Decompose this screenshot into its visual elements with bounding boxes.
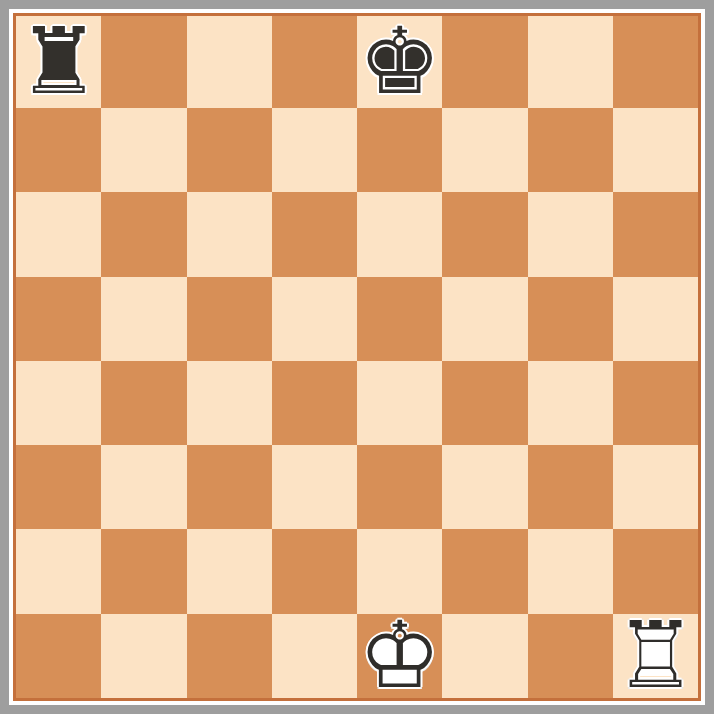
square-b7[interactable] bbox=[101, 108, 186, 192]
square-a4[interactable] bbox=[16, 361, 101, 445]
square-c1[interactable] bbox=[187, 614, 272, 698]
square-e6[interactable] bbox=[357, 192, 442, 276]
square-d3[interactable] bbox=[272, 445, 357, 529]
piece-outline-layer: ♖ bbox=[613, 614, 698, 698]
square-b1[interactable] bbox=[101, 614, 186, 698]
square-e5[interactable] bbox=[357, 277, 442, 361]
square-f8[interactable] bbox=[442, 16, 527, 108]
square-f4[interactable] bbox=[442, 361, 527, 445]
board-frame: ♜♚♚♔♜♖ bbox=[13, 13, 701, 701]
square-c5[interactable] bbox=[187, 277, 272, 361]
square-f7[interactable] bbox=[442, 108, 527, 192]
square-g3[interactable] bbox=[528, 445, 613, 529]
square-h4[interactable] bbox=[613, 361, 698, 445]
square-g8[interactable] bbox=[528, 16, 613, 108]
square-g5[interactable] bbox=[528, 277, 613, 361]
square-e7[interactable] bbox=[357, 108, 442, 192]
square-a6[interactable] bbox=[16, 192, 101, 276]
square-d6[interactable] bbox=[272, 192, 357, 276]
black-king-e8[interactable]: ♚ bbox=[357, 16, 442, 108]
square-g6[interactable] bbox=[528, 192, 613, 276]
square-e3[interactable] bbox=[357, 445, 442, 529]
square-e4[interactable] bbox=[357, 361, 442, 445]
inner-white-line: ♜♚♚♔♜♖ bbox=[9, 9, 705, 705]
square-a5[interactable] bbox=[16, 277, 101, 361]
square-g4[interactable] bbox=[528, 361, 613, 445]
square-h8[interactable] bbox=[613, 16, 698, 108]
square-a8[interactable]: ♜ bbox=[16, 16, 101, 108]
square-d5[interactable] bbox=[272, 277, 357, 361]
square-d7[interactable] bbox=[272, 108, 357, 192]
outer-border: ♜♚♚♔♜♖ bbox=[0, 0, 714, 714]
square-g7[interactable] bbox=[528, 108, 613, 192]
square-d8[interactable] bbox=[272, 16, 357, 108]
square-h3[interactable] bbox=[613, 445, 698, 529]
square-a7[interactable] bbox=[16, 108, 101, 192]
square-b2[interactable] bbox=[101, 529, 186, 613]
square-b3[interactable] bbox=[101, 445, 186, 529]
square-c3[interactable] bbox=[187, 445, 272, 529]
square-h7[interactable] bbox=[613, 108, 698, 192]
black-rook-a8[interactable]: ♜ bbox=[16, 16, 101, 108]
white-king-e1[interactable]: ♚♔ bbox=[357, 614, 442, 698]
square-d1[interactable] bbox=[272, 614, 357, 698]
board[interactable]: ♜♚♚♔♜♖ bbox=[16, 16, 698, 698]
square-g2[interactable] bbox=[528, 529, 613, 613]
square-b5[interactable] bbox=[101, 277, 186, 361]
square-h1[interactable]: ♜♖ bbox=[613, 614, 698, 698]
square-f1[interactable] bbox=[442, 614, 527, 698]
square-e8[interactable]: ♚ bbox=[357, 16, 442, 108]
square-c2[interactable] bbox=[187, 529, 272, 613]
square-f5[interactable] bbox=[442, 277, 527, 361]
white-rook-h1[interactable]: ♜♖ bbox=[613, 614, 698, 698]
square-h5[interactable] bbox=[613, 277, 698, 361]
square-a3[interactable] bbox=[16, 445, 101, 529]
square-c4[interactable] bbox=[187, 361, 272, 445]
square-a2[interactable] bbox=[16, 529, 101, 613]
square-b4[interactable] bbox=[101, 361, 186, 445]
square-c7[interactable] bbox=[187, 108, 272, 192]
square-d4[interactable] bbox=[272, 361, 357, 445]
piece-outline-layer: ♔ bbox=[357, 614, 442, 698]
square-e1[interactable]: ♚♔ bbox=[357, 614, 442, 698]
square-b8[interactable] bbox=[101, 16, 186, 108]
square-f3[interactable] bbox=[442, 445, 527, 529]
square-g1[interactable] bbox=[528, 614, 613, 698]
square-a1[interactable] bbox=[16, 614, 101, 698]
square-h6[interactable] bbox=[613, 192, 698, 276]
square-b6[interactable] bbox=[101, 192, 186, 276]
square-c6[interactable] bbox=[187, 192, 272, 276]
square-f6[interactable] bbox=[442, 192, 527, 276]
square-f2[interactable] bbox=[442, 529, 527, 613]
square-d2[interactable] bbox=[272, 529, 357, 613]
square-c8[interactable] bbox=[187, 16, 272, 108]
